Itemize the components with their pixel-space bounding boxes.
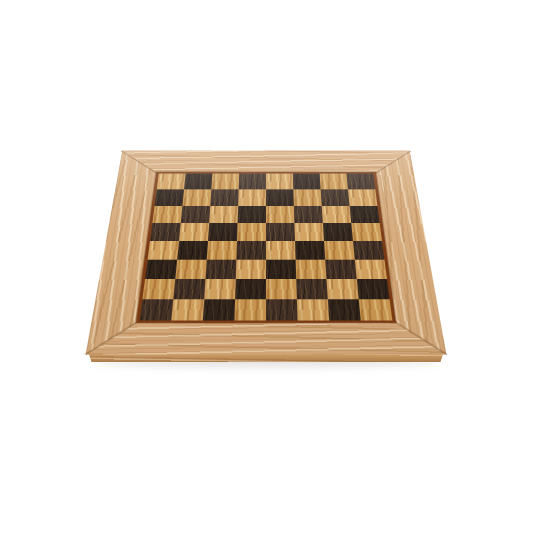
- square-a3: [145, 260, 177, 279]
- square-g7: [321, 189, 350, 206]
- square-h1: [359, 299, 393, 320]
- playing-area: [136, 172, 396, 323]
- square-b7: [182, 189, 211, 206]
- square-f8: [293, 174, 321, 190]
- square-d5: [237, 223, 266, 241]
- board-frame-rail-bottom: [86, 321, 447, 355]
- square-d8: [239, 174, 266, 190]
- square-d1: [234, 299, 266, 320]
- square-f5: [294, 223, 324, 241]
- square-f6: [294, 206, 323, 223]
- square-g3: [325, 260, 357, 279]
- square-h8: [346, 174, 375, 190]
- square-a2: [142, 279, 175, 299]
- square-b4: [177, 241, 208, 260]
- square-c4: [207, 241, 237, 260]
- board-frame-rail-top: [118, 151, 414, 174]
- square-h7: [348, 189, 377, 206]
- square-d4: [236, 241, 266, 260]
- square-a4: [148, 241, 179, 260]
- square-f7: [293, 189, 321, 206]
- square-e5: [266, 223, 295, 241]
- square-h2: [357, 279, 390, 299]
- square-g2: [326, 279, 358, 299]
- square-g6: [322, 206, 352, 223]
- square-c8: [211, 174, 239, 190]
- square-e8: [266, 174, 293, 190]
- square-a7: [155, 189, 184, 206]
- square-c7: [210, 189, 238, 206]
- square-f1: [297, 299, 329, 320]
- square-b5: [179, 223, 209, 241]
- square-g1: [328, 299, 361, 320]
- square-c3: [206, 260, 237, 279]
- square-h5: [351, 223, 382, 241]
- square-b3: [175, 260, 207, 279]
- square-a5: [150, 223, 181, 241]
- square-e4: [266, 241, 296, 260]
- square-h3: [355, 260, 387, 279]
- square-c5: [208, 223, 238, 241]
- square-d7: [238, 189, 266, 206]
- square-d3: [236, 260, 266, 279]
- square-d6: [238, 206, 266, 223]
- square-e3: [266, 260, 296, 279]
- square-e1: [266, 299, 298, 320]
- square-h6: [350, 206, 380, 223]
- square-g8: [320, 174, 348, 190]
- square-c1: [203, 299, 235, 320]
- square-b8: [184, 174, 212, 190]
- square-a1: [140, 299, 174, 320]
- square-e7: [266, 189, 294, 206]
- chess-board: [86, 151, 447, 355]
- square-a6: [152, 206, 182, 223]
- square-g5: [323, 223, 353, 241]
- square-b6: [181, 206, 211, 223]
- square-g4: [324, 241, 355, 260]
- square-d2: [235, 279, 266, 299]
- square-a8: [157, 174, 186, 190]
- square-e2: [266, 279, 297, 299]
- square-b2: [173, 279, 205, 299]
- square-h4: [353, 241, 384, 260]
- square-b1: [171, 299, 204, 320]
- square-c2: [204, 279, 236, 299]
- square-f2: [296, 279, 328, 299]
- product-photo-stage: [0, 0, 533, 533]
- board-grid: [140, 174, 393, 321]
- square-e6: [266, 206, 294, 223]
- square-c6: [209, 206, 238, 223]
- square-f3: [296, 260, 327, 279]
- square-f4: [295, 241, 325, 260]
